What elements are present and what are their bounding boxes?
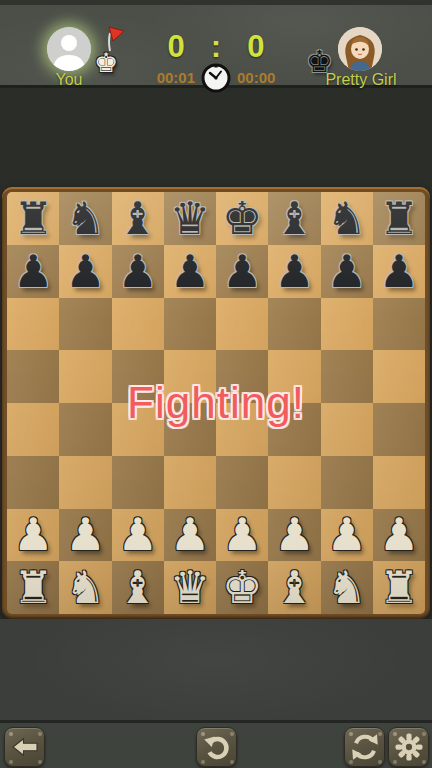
piece-black-bishop: ♝ bbox=[268, 192, 320, 245]
timer-left: 00:01 bbox=[157, 69, 195, 86]
square-h6[interactable] bbox=[373, 298, 425, 351]
back-arrow-icon bbox=[10, 734, 40, 760]
top-bar: You ♚ 0:0 00:01 00:00 bbox=[0, 0, 432, 88]
square-h3[interactable] bbox=[373, 456, 425, 509]
square-b5[interactable] bbox=[59, 350, 111, 403]
piece-black-pawn: ♟ bbox=[216, 245, 268, 298]
piece-white-pawn: ♟ bbox=[268, 509, 320, 562]
undo-button[interactable] bbox=[196, 727, 237, 767]
score-separator: : bbox=[211, 29, 221, 65]
piece-white-pawn: ♟ bbox=[7, 509, 59, 562]
piece-white-pawn: ♟ bbox=[321, 509, 373, 562]
clock-icon bbox=[201, 63, 231, 93]
square-f7[interactable]: ♟ bbox=[268, 245, 320, 298]
square-g5[interactable] bbox=[321, 350, 373, 403]
piece-black-pawn: ♟ bbox=[112, 245, 164, 298]
undo-icon bbox=[202, 732, 232, 762]
square-f4[interactable] bbox=[268, 403, 320, 456]
piece-black-king: ♚ bbox=[216, 192, 268, 245]
square-g1[interactable]: ♞ bbox=[321, 561, 373, 614]
square-e5[interactable] bbox=[216, 350, 268, 403]
square-g3[interactable] bbox=[321, 456, 373, 509]
square-h4[interactable] bbox=[373, 403, 425, 456]
square-d6[interactable] bbox=[164, 298, 216, 351]
piece-white-queen: ♛ bbox=[164, 561, 216, 614]
piece-white-king: ♚ bbox=[216, 561, 268, 614]
back-button[interactable] bbox=[4, 727, 45, 767]
piece-white-pawn: ♟ bbox=[112, 509, 164, 562]
square-d7[interactable]: ♟ bbox=[164, 245, 216, 298]
square-e2[interactable]: ♟ bbox=[216, 509, 268, 562]
piece-black-pawn: ♟ bbox=[59, 245, 111, 298]
piece-white-rook: ♜ bbox=[373, 561, 425, 614]
square-h2[interactable]: ♟ bbox=[373, 509, 425, 562]
piece-black-queen: ♛ bbox=[164, 192, 216, 245]
square-c8[interactable]: ♝ bbox=[112, 192, 164, 245]
score-left: 0 bbox=[168, 29, 185, 65]
piece-black-rook: ♜ bbox=[373, 192, 425, 245]
square-b7[interactable]: ♟ bbox=[59, 245, 111, 298]
settings-button[interactable] bbox=[388, 727, 429, 767]
square-g2[interactable]: ♟ bbox=[321, 509, 373, 562]
square-f1[interactable]: ♝ bbox=[268, 561, 320, 614]
piece-black-pawn: ♟ bbox=[321, 245, 373, 298]
square-e1[interactable]: ♚ bbox=[216, 561, 268, 614]
square-e3[interactable] bbox=[216, 456, 268, 509]
square-f3[interactable] bbox=[268, 456, 320, 509]
square-e8[interactable]: ♚ bbox=[216, 192, 268, 245]
square-b1[interactable]: ♞ bbox=[59, 561, 111, 614]
piece-black-knight: ♞ bbox=[321, 192, 373, 245]
square-b8[interactable]: ♞ bbox=[59, 192, 111, 245]
piece-black-pawn: ♟ bbox=[164, 245, 216, 298]
piece-white-pawn: ♟ bbox=[216, 509, 268, 562]
square-d4[interactable] bbox=[164, 403, 216, 456]
square-e7[interactable]: ♟ bbox=[216, 245, 268, 298]
score-right: 0 bbox=[247, 29, 264, 65]
square-f2[interactable]: ♟ bbox=[268, 509, 320, 562]
piece-black-bishop: ♝ bbox=[112, 192, 164, 245]
piece-white-knight: ♞ bbox=[321, 561, 373, 614]
square-e4[interactable] bbox=[216, 403, 268, 456]
square-g7[interactable]: ♟ bbox=[321, 245, 373, 298]
square-c4[interactable] bbox=[112, 403, 164, 456]
square-h7[interactable]: ♟ bbox=[373, 245, 425, 298]
square-e6[interactable] bbox=[216, 298, 268, 351]
square-f8[interactable]: ♝ bbox=[268, 192, 320, 245]
chess-board: ♜♞♝♛♚♝♞♜♟♟♟♟♟♟♟♟♟♟♟♟♟♟♟♟♜♞♝♛♚♝♞♜ bbox=[2, 187, 430, 619]
girl-portrait bbox=[338, 27, 382, 71]
square-a7[interactable]: ♟ bbox=[7, 245, 59, 298]
square-d5[interactable] bbox=[164, 350, 216, 403]
square-d3[interactable] bbox=[164, 456, 216, 509]
square-c5[interactable] bbox=[112, 350, 164, 403]
square-a6[interactable] bbox=[7, 298, 59, 351]
square-h8[interactable]: ♜ bbox=[373, 192, 425, 245]
square-f6[interactable] bbox=[268, 298, 320, 351]
square-b2[interactable]: ♟ bbox=[59, 509, 111, 562]
square-c7[interactable]: ♟ bbox=[112, 245, 164, 298]
square-h1[interactable]: ♜ bbox=[373, 561, 425, 614]
piece-white-bishop: ♝ bbox=[268, 561, 320, 614]
piece-white-pawn: ♟ bbox=[164, 509, 216, 562]
square-d1[interactable]: ♛ bbox=[164, 561, 216, 614]
square-c2[interactable]: ♟ bbox=[112, 509, 164, 562]
square-c1[interactable]: ♝ bbox=[112, 561, 164, 614]
square-f5[interactable] bbox=[268, 350, 320, 403]
piece-black-pawn: ♟ bbox=[268, 245, 320, 298]
board-grid: ♜♞♝♛♚♝♞♜♟♟♟♟♟♟♟♟♟♟♟♟♟♟♟♟♜♞♝♛♚♝♞♜ bbox=[7, 192, 425, 614]
square-g6[interactable] bbox=[321, 298, 373, 351]
square-d2[interactable]: ♟ bbox=[164, 509, 216, 562]
square-a8[interactable]: ♜ bbox=[7, 192, 59, 245]
square-b6[interactable] bbox=[59, 298, 111, 351]
lower-background bbox=[0, 619, 432, 720]
square-c3[interactable] bbox=[112, 456, 164, 509]
piece-white-rook: ♜ bbox=[7, 561, 59, 614]
square-b3[interactable] bbox=[59, 456, 111, 509]
piece-black-pawn: ♟ bbox=[373, 245, 425, 298]
piece-white-pawn: ♟ bbox=[59, 509, 111, 562]
square-a5[interactable] bbox=[7, 350, 59, 403]
square-a3[interactable] bbox=[7, 456, 59, 509]
restart-button[interactable] bbox=[344, 727, 385, 767]
square-a2[interactable]: ♟ bbox=[7, 509, 59, 562]
piece-white-pawn: ♟ bbox=[373, 509, 425, 562]
gear-icon bbox=[394, 732, 424, 762]
piece-black-pawn: ♟ bbox=[7, 245, 59, 298]
square-a1[interactable]: ♜ bbox=[7, 561, 59, 614]
square-h5[interactable] bbox=[373, 350, 425, 403]
player-avatar-opponent[interactable] bbox=[338, 27, 382, 71]
piece-white-knight: ♞ bbox=[59, 561, 111, 614]
square-a4[interactable] bbox=[7, 403, 59, 456]
square-g4[interactable] bbox=[321, 403, 373, 456]
timer-right: 00:00 bbox=[237, 69, 275, 86]
square-c6[interactable] bbox=[112, 298, 164, 351]
piece-black-rook: ♜ bbox=[7, 192, 59, 245]
piece-black-knight: ♞ bbox=[59, 192, 111, 245]
chess-app-screen: You ♚ 0:0 00:01 00:00 bbox=[0, 0, 432, 768]
piece-white-bishop: ♝ bbox=[112, 561, 164, 614]
restart-sync-icon bbox=[350, 732, 380, 762]
square-d8[interactable]: ♛ bbox=[164, 192, 216, 245]
square-b4[interactable] bbox=[59, 403, 111, 456]
player-name-opponent: Pretty Girl bbox=[325, 71, 396, 89]
square-g8[interactable]: ♞ bbox=[321, 192, 373, 245]
